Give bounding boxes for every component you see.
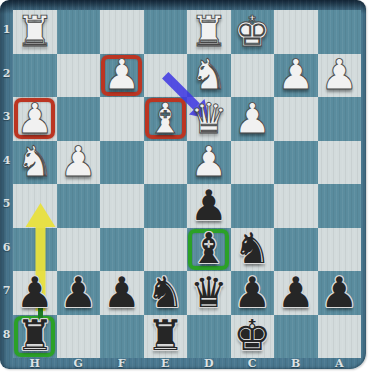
square-e2[interactable] xyxy=(144,54,188,98)
file-label-a: A xyxy=(318,357,362,370)
piece-black-pawn-h7[interactable]: ♟ xyxy=(13,271,57,315)
square-b8[interactable] xyxy=(274,315,318,359)
square-g3[interactable] xyxy=(57,97,101,141)
rank-label-1: 1 xyxy=(1,23,12,36)
piece-black-pawn-f7[interactable]: ♟ xyxy=(100,271,144,315)
piece-white-pawn-h3[interactable]: ♟ xyxy=(13,97,57,141)
file-label-d: D xyxy=(187,357,231,370)
piece-black-knight-e7[interactable]: ♞ xyxy=(144,271,188,315)
piece-white-pawn-g4[interactable]: ♟ xyxy=(57,141,101,185)
rank-label-6: 6 xyxy=(1,241,12,254)
square-a6[interactable] xyxy=(318,228,362,272)
piece-white-bishop-e3[interactable]: ♝ xyxy=(144,97,188,141)
square-c2[interactable] xyxy=(231,54,275,98)
square-e1[interactable] xyxy=(144,10,188,54)
square-g5[interactable] xyxy=(57,184,101,228)
square-h2[interactable] xyxy=(13,54,57,98)
file-label-b: B xyxy=(274,357,318,370)
square-b4[interactable] xyxy=(274,141,318,185)
square-c4[interactable] xyxy=(231,141,275,185)
piece-white-rook-d1[interactable]: ♜ xyxy=(187,10,231,54)
square-f3[interactable] xyxy=(100,97,144,141)
piece-white-king-c1[interactable]: ♚ xyxy=(231,10,275,54)
piece-white-knight-h4[interactable]: ♞ xyxy=(13,141,57,185)
rank-label-3: 3 xyxy=(1,110,12,123)
piece-black-pawn-b7[interactable]: ♟ xyxy=(274,271,318,315)
square-h6[interactable] xyxy=(13,228,57,272)
piece-black-pawn-a7[interactable]: ♟ xyxy=(318,271,362,315)
square-f6[interactable] xyxy=(100,228,144,272)
square-a4[interactable] xyxy=(318,141,362,185)
square-b5[interactable] xyxy=(274,184,318,228)
rank-label-2: 2 xyxy=(1,67,12,80)
square-e5[interactable] xyxy=(144,184,188,228)
square-e4[interactable] xyxy=(144,141,188,185)
square-c5[interactable] xyxy=(231,184,275,228)
piece-white-rook-h1[interactable]: ♜ xyxy=(13,10,57,54)
square-f1[interactable] xyxy=(100,10,144,54)
square-f4[interactable] xyxy=(100,141,144,185)
square-b6[interactable] xyxy=(274,228,318,272)
chess-app-page: 12345678HGFEDCBA♜♜♚♟♞♟♟♟♝♛♟♞♟♟♟♝♞♟♟♟♞♛♟♟… xyxy=(0,0,370,372)
square-h5[interactable] xyxy=(13,184,57,228)
square-g8[interactable] xyxy=(57,315,101,359)
square-a1[interactable] xyxy=(318,10,362,54)
square-a5[interactable] xyxy=(318,184,362,228)
piece-black-pawn-g7[interactable]: ♟ xyxy=(57,271,101,315)
piece-white-pawn-b2[interactable]: ♟ xyxy=(274,54,318,98)
square-f5[interactable] xyxy=(100,184,144,228)
square-g2[interactable] xyxy=(57,54,101,98)
piece-black-pawn-c7[interactable]: ♟ xyxy=(231,271,275,315)
rank-label-8: 8 xyxy=(1,328,12,341)
piece-white-pawn-d4[interactable]: ♟ xyxy=(187,141,231,185)
square-b3[interactable] xyxy=(274,97,318,141)
rank-label-5: 5 xyxy=(1,197,12,210)
piece-white-pawn-f2[interactable]: ♟ xyxy=(100,54,144,98)
rank-label-7: 7 xyxy=(1,284,12,297)
piece-white-pawn-a2[interactable]: ♟ xyxy=(318,54,362,98)
square-g1[interactable] xyxy=(57,10,101,54)
piece-black-rook-e8[interactable]: ♜ xyxy=(144,315,188,359)
piece-black-pawn-d5[interactable]: ♟ xyxy=(187,184,231,228)
square-d8[interactable] xyxy=(187,315,231,359)
piece-black-king-c8[interactable]: ♚ xyxy=(231,315,275,359)
piece-black-bishop-d6[interactable]: ♝ xyxy=(187,228,231,272)
piece-white-pawn-c3[interactable]: ♟ xyxy=(231,97,275,141)
square-e6[interactable] xyxy=(144,228,188,272)
piece-white-queen-d3[interactable]: ♛ xyxy=(187,97,231,141)
square-f8[interactable] xyxy=(100,315,144,359)
piece-black-knight-c6[interactable]: ♞ xyxy=(231,228,275,272)
piece-black-rook-h8[interactable]: ♜ xyxy=(13,315,57,359)
square-b1[interactable] xyxy=(274,10,318,54)
file-label-f: F xyxy=(100,357,144,370)
piece-white-knight-d2[interactable]: ♞ xyxy=(187,54,231,98)
file-label-g: G xyxy=(57,357,101,370)
piece-black-queen-d7[interactable]: ♛ xyxy=(187,271,231,315)
square-g6[interactable] xyxy=(57,228,101,272)
square-a3[interactable] xyxy=(318,97,362,141)
square-a8[interactable] xyxy=(318,315,362,359)
rank-label-4: 4 xyxy=(1,154,12,167)
